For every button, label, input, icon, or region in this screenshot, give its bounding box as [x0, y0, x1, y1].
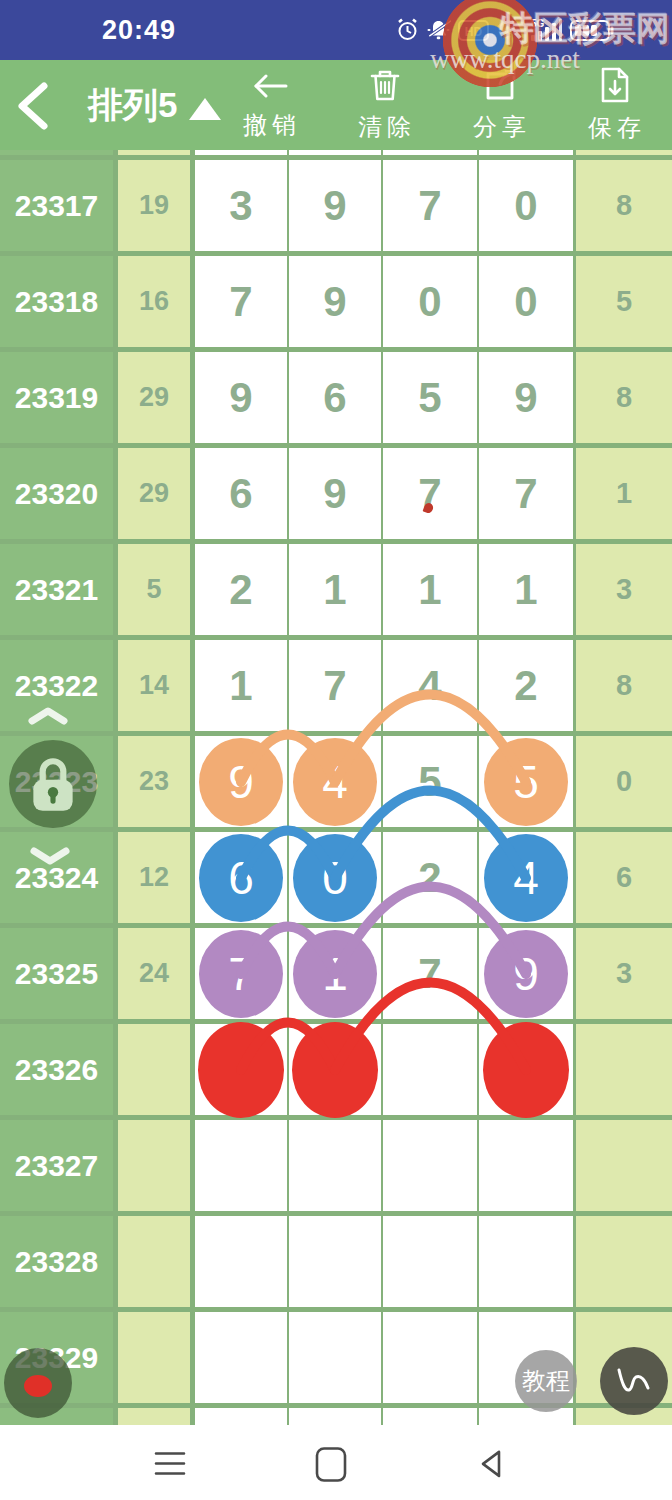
issue-cell: 23321: [0, 544, 113, 635]
selection-circle[interactable]: 9: [484, 930, 568, 1018]
header-bar: 排列5 撤销 清除 分享: [0, 60, 672, 150]
issue-cell: 23326: [0, 1024, 113, 1115]
chart-title-selector[interactable]: 排列5: [88, 82, 221, 129]
count-cell: [118, 1024, 190, 1115]
table-row: 233181679005: [0, 256, 672, 347]
digit-cell[interactable]: 7: [479, 448, 573, 539]
table-row: 23328: [0, 1216, 672, 1307]
save-button[interactable]: 保存: [557, 60, 672, 150]
digit-cell: [195, 150, 287, 155]
digit-cell[interactable]: 7: [195, 928, 287, 1019]
selection-circle[interactable]: [483, 1022, 569, 1118]
digit-cell[interactable]: 9: [289, 448, 381, 539]
red-pen-mark: [423, 501, 435, 513]
tutorial-button[interactable]: 教程: [515, 1350, 577, 1412]
chevron-up-handle[interactable]: [26, 706, 70, 726]
digit-cell: [195, 1408, 287, 1425]
digit-cell[interactable]: [383, 1216, 477, 1307]
digit-cell[interactable]: [289, 1024, 381, 1115]
digit-cell[interactable]: 8: [576, 352, 672, 443]
table-row: 233252471793: [0, 928, 672, 1019]
digit-cell[interactable]: 1: [576, 448, 672, 539]
digit-cell[interactable]: 7: [383, 448, 477, 539]
digit-cell[interactable]: 0: [289, 832, 381, 923]
selection-circle[interactable]: 0: [293, 834, 377, 922]
table-row: 23326: [0, 1024, 672, 1115]
count-cell: 12: [118, 832, 190, 923]
digit-cell[interactable]: 9: [195, 736, 287, 827]
digit-cell[interactable]: 4: [289, 736, 381, 827]
digit-cell[interactable]: 7: [195, 256, 287, 347]
digit-cell[interactable]: 3: [576, 544, 672, 635]
digit-cell[interactable]: 0: [576, 736, 672, 827]
clock-text: 20:49: [102, 15, 176, 46]
nav-home-button[interactable]: [314, 1444, 348, 1488]
digit-cell[interactable]: [576, 1120, 672, 1211]
chevron-left-icon: [14, 82, 54, 130]
trend-chart-board: 2331719397082331816790052331929965982332…: [0, 150, 672, 1425]
lock-button[interactable]: [9, 740, 97, 828]
toolbar: 撤销 清除 分享 保存: [212, 60, 672, 150]
count-cell: 19: [118, 160, 190, 251]
digit-cell[interactable]: 5: [479, 736, 573, 827]
digit-cell: [383, 1408, 477, 1425]
digit-cell: [383, 150, 477, 155]
digit-cell[interactable]: [289, 1120, 381, 1211]
selection-circle[interactable]: 9: [199, 738, 283, 826]
tutorial-label: 教程: [522, 1365, 570, 1397]
digit-cell[interactable]: 5: [383, 736, 477, 827]
count-cell: 5: [118, 544, 190, 635]
save-icon: [599, 67, 631, 107]
selection-circle[interactable]: 7: [199, 930, 283, 1018]
table-row: 233171939708: [0, 160, 672, 251]
table-row: 23327: [0, 1120, 672, 1211]
table-row: 233221417428: [0, 640, 672, 731]
digit-cell[interactable]: 0: [479, 160, 573, 251]
digit-cell[interactable]: 6: [576, 832, 672, 923]
digit-cell[interactable]: 2: [195, 544, 287, 635]
app-screen: 20:49 HD: [0, 0, 672, 1500]
digit-cell[interactable]: 3: [195, 160, 287, 251]
count-cell: [118, 1216, 190, 1307]
digit-cell: [576, 150, 672, 155]
digit-cell: [479, 1408, 573, 1425]
digit-cell[interactable]: 9: [289, 256, 381, 347]
digit-cell[interactable]: [289, 1216, 381, 1307]
page-title: 排列5: [88, 82, 177, 129]
undo-icon: [250, 70, 290, 104]
table-row: 23321521113: [0, 544, 672, 635]
selection-circle[interactable]: 4: [293, 738, 377, 826]
back-button[interactable]: [14, 82, 54, 130]
issue-cell: 23328: [0, 1216, 113, 1307]
red-dot-icon: [24, 1375, 52, 1397]
digit-cell[interactable]: [195, 1216, 287, 1307]
table-row: 233232394550: [0, 736, 672, 827]
issue-cell: 23319: [0, 352, 113, 443]
selection-circle[interactable]: [198, 1022, 284, 1118]
undo-label: 撤销: [238, 109, 301, 141]
status-bar: 20:49 HD: [0, 0, 672, 60]
table-row: [0, 1408, 672, 1425]
selection-circle[interactable]: 1: [293, 930, 377, 1018]
digit-cell[interactable]: [195, 1120, 287, 1211]
digit-cell[interactable]: 1: [289, 544, 381, 635]
digit-cell[interactable]: 5: [383, 352, 477, 443]
digit-cell[interactable]: 1: [479, 544, 573, 635]
digit-cell[interactable]: 4: [383, 640, 477, 731]
issue-cell: 23318: [0, 256, 113, 347]
digit-cell[interactable]: [479, 1024, 573, 1115]
wave-tool-button[interactable]: [600, 1347, 668, 1415]
digit-cell[interactable]: 1: [289, 928, 381, 1019]
undo-button[interactable]: 撤销: [212, 60, 327, 150]
count-cell: [118, 1120, 190, 1211]
digit-cell[interactable]: 9: [195, 352, 287, 443]
digit-cell[interactable]: 7: [383, 928, 477, 1019]
count-cell: [118, 150, 190, 155]
android-nav-bar: [0, 1425, 672, 1500]
digit-cell: [479, 150, 573, 155]
digit-cell[interactable]: 8: [576, 640, 672, 731]
nav-back-button[interactable]: [475, 1447, 507, 1483]
selection-circle[interactable]: 5: [484, 738, 568, 826]
save-label: 保存: [583, 112, 646, 144]
digit-cell[interactable]: [576, 1216, 672, 1307]
digit-cell[interactable]: [383, 1024, 477, 1115]
digit-cell[interactable]: [289, 1312, 381, 1403]
digit-cell[interactable]: [195, 1024, 287, 1115]
battery-icon: [570, 19, 614, 42]
digit-cell[interactable]: 6: [289, 352, 381, 443]
digit-cell[interactable]: 3: [576, 928, 672, 1019]
table-row: [0, 150, 672, 155]
digit-cell: [289, 1408, 381, 1425]
digit-cell[interactable]: 7: [383, 160, 477, 251]
digit-cell[interactable]: 2: [383, 832, 477, 923]
digit-cell[interactable]: 4: [479, 832, 573, 923]
digit-cell[interactable]: [479, 1216, 573, 1307]
digit-cell: [289, 150, 381, 155]
digit-cell[interactable]: 1: [195, 640, 287, 731]
digit-cell[interactable]: [383, 1120, 477, 1211]
selection-circle[interactable]: 4: [484, 834, 568, 922]
digit-cell[interactable]: [479, 1120, 573, 1211]
count-cell: 24: [118, 928, 190, 1019]
issue-cell: 23320: [0, 448, 113, 539]
wave-icon: [612, 1361, 656, 1401]
count-cell: [118, 1312, 190, 1403]
alarm-icon: [396, 18, 419, 42]
red-pen-tool-button[interactable]: [4, 1348, 72, 1418]
table-row: 233202969771: [0, 448, 672, 539]
count-cell: [118, 1408, 190, 1425]
trash-icon: [368, 68, 402, 106]
clear-button[interactable]: 清除: [327, 60, 442, 150]
digit-cell[interactable]: 6: [195, 448, 287, 539]
digit-cell[interactable]: 0: [479, 256, 573, 347]
digit-cell[interactable]: 1: [383, 544, 477, 635]
digit-cell[interactable]: 9: [479, 352, 573, 443]
digit-cell[interactable]: [576, 1024, 672, 1115]
issue-cell: 23327: [0, 1120, 113, 1211]
issue-cell: [0, 150, 113, 155]
count-cell: 29: [118, 352, 190, 443]
digit-cell[interactable]: [195, 1312, 287, 1403]
lock-icon: [28, 753, 78, 815]
count-cell: 16: [118, 256, 190, 347]
digit-cell[interactable]: 8: [576, 160, 672, 251]
digit-cell[interactable]: [383, 1312, 477, 1403]
chevron-down-handle[interactable]: [28, 846, 72, 866]
table-row: 233241260246: [0, 832, 672, 923]
count-cell: 29: [118, 448, 190, 539]
table-row: 233192996598: [0, 352, 672, 443]
nav-menu-button[interactable]: [152, 1449, 188, 1481]
digit-cell[interactable]: 6: [195, 832, 287, 923]
selection-circle[interactable]: 6: [199, 834, 283, 922]
digit-cell[interactable]: 7: [289, 640, 381, 731]
digit-cell[interactable]: 9: [479, 928, 573, 1019]
digit-cell[interactable]: 9: [289, 160, 381, 251]
count-cell: 14: [118, 640, 190, 731]
issue-cell: 23317: [0, 160, 113, 251]
issue-cell: 23325: [0, 928, 113, 1019]
clear-label: 清除: [353, 111, 416, 143]
selection-circle[interactable]: [292, 1022, 378, 1118]
digit-cell[interactable]: 2: [479, 640, 573, 731]
digit-cell[interactable]: 5: [576, 256, 672, 347]
share-label: 分享: [468, 111, 531, 143]
count-cell: 23: [118, 736, 190, 827]
digit-cell[interactable]: 0: [383, 256, 477, 347]
